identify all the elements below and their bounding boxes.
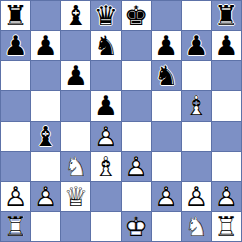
square-g2[interactable]: ♟♙ — [182, 182, 211, 211]
square-e4[interactable] — [122, 122, 151, 151]
white-pawn-outline: ♙ — [152, 182, 181, 211]
black-pawn[interactable]: ♟ — [182, 31, 211, 60]
white-king-outline: ♔ — [122, 212, 151, 241]
square-f2[interactable]: ♟♙ — [152, 182, 181, 211]
white-pawn[interactable]: ♟♙ — [31, 182, 60, 211]
white-knight[interactable]: ♞♘ — [182, 212, 211, 241]
black-knight[interactable]: ♞ — [152, 61, 181, 90]
black-bishop-glyph: ♝ — [31, 122, 60, 151]
square-b5[interactable] — [31, 91, 60, 120]
square-g4[interactable] — [182, 122, 211, 151]
black-pawn-glyph: ♟ — [152, 31, 181, 60]
white-pawn-outline: ♙ — [31, 182, 60, 211]
black-knight[interactable]: ♞ — [91, 31, 120, 60]
square-h3[interactable] — [212, 152, 241, 181]
square-h5[interactable] — [212, 91, 241, 120]
square-f8[interactable] — [152, 1, 181, 30]
white-queen[interactable]: ♛♕ — [61, 182, 90, 211]
square-b1[interactable] — [31, 212, 60, 241]
square-h1[interactable]: ♜♖ — [212, 212, 241, 241]
black-king[interactable]: ♚ — [122, 1, 151, 30]
black-pawn[interactable]: ♟ — [61, 61, 90, 90]
square-d2[interactable] — [91, 182, 120, 211]
square-a6[interactable] — [1, 61, 30, 90]
square-d3[interactable]: ♝♗ — [91, 152, 120, 181]
black-queen-glyph: ♛ — [91, 1, 120, 30]
square-a1[interactable]: ♜♖ — [1, 212, 30, 241]
square-c1[interactable] — [61, 212, 90, 241]
square-g5[interactable]: ♝♗ — [182, 91, 211, 120]
square-c3[interactable]: ♞♘ — [61, 152, 90, 181]
white-pawn-outline: ♙ — [1, 182, 30, 211]
white-bishop-outline: ♗ — [91, 152, 120, 181]
square-d7[interactable]: ♞ — [91, 31, 120, 60]
white-pawn[interactable]: ♟♙ — [152, 182, 181, 211]
black-rook[interactable]: ♜ — [212, 1, 241, 30]
black-pawn-glyph: ♟ — [61, 61, 90, 90]
square-e8[interactable]: ♚ — [122, 1, 151, 30]
white-king[interactable]: ♚♔ — [122, 212, 151, 241]
white-pawn-outline: ♙ — [91, 122, 120, 151]
black-queen[interactable]: ♛ — [91, 1, 120, 30]
white-rook[interactable]: ♜♖ — [212, 212, 241, 241]
square-b4[interactable]: ♝ — [31, 122, 60, 151]
white-bishop-outline: ♗ — [182, 91, 211, 120]
white-rook-outline: ♖ — [212, 212, 241, 241]
square-f3[interactable] — [152, 152, 181, 181]
square-b8[interactable] — [31, 1, 60, 30]
black-pawn[interactable]: ♟ — [31, 31, 60, 60]
black-pawn[interactable]: ♟ — [152, 31, 181, 60]
white-pawn[interactable]: ♟♙ — [212, 182, 241, 211]
square-a7[interactable]: ♟ — [1, 31, 30, 60]
square-f1[interactable] — [152, 212, 181, 241]
square-e3[interactable]: ♟♙ — [122, 152, 151, 181]
square-b3[interactable] — [31, 152, 60, 181]
white-rook[interactable]: ♜♖ — [1, 212, 30, 241]
square-g3[interactable] — [182, 152, 211, 181]
square-h4[interactable] — [212, 122, 241, 151]
white-rook-outline: ♖ — [1, 212, 30, 241]
square-e6[interactable] — [122, 61, 151, 90]
square-d6[interactable] — [91, 61, 120, 90]
square-c7[interactable] — [61, 31, 90, 60]
square-e5[interactable] — [122, 91, 151, 120]
square-c2[interactable]: ♛♕ — [61, 182, 90, 211]
square-a3[interactable] — [1, 152, 30, 181]
black-knight-glyph: ♞ — [91, 31, 120, 60]
black-rook-glyph: ♜ — [1, 1, 30, 30]
square-d4[interactable]: ♟♙ — [91, 122, 120, 151]
black-pawn-glyph: ♟ — [212, 31, 241, 60]
square-c5[interactable] — [61, 91, 90, 120]
white-knight-outline: ♘ — [182, 212, 211, 241]
white-pawn-outline: ♙ — [122, 152, 151, 181]
black-pawn-glyph: ♟ — [1, 31, 30, 60]
square-f5[interactable] — [152, 91, 181, 120]
square-c6[interactable]: ♟ — [61, 61, 90, 90]
black-pawn-glyph: ♟ — [91, 91, 120, 120]
black-knight-glyph: ♞ — [152, 61, 181, 90]
black-bishop[interactable]: ♝ — [61, 1, 90, 30]
black-pawn[interactable]: ♟ — [212, 31, 241, 60]
square-e1[interactable]: ♚♔ — [122, 212, 151, 241]
white-pawn[interactable]: ♟♙ — [122, 152, 151, 181]
square-d1[interactable] — [91, 212, 120, 241]
square-h2[interactable]: ♟♙ — [212, 182, 241, 211]
black-king-glyph: ♚ — [122, 1, 151, 30]
square-g7[interactable]: ♟ — [182, 31, 211, 60]
black-bishop[interactable]: ♝ — [31, 122, 60, 151]
white-pawn[interactable]: ♟♙ — [1, 182, 30, 211]
square-b7[interactable]: ♟ — [31, 31, 60, 60]
white-pawn[interactable]: ♟♙ — [182, 182, 211, 211]
white-knight[interactable]: ♞♘ — [61, 152, 90, 181]
black-rook-glyph: ♜ — [212, 1, 241, 30]
square-d5[interactable]: ♟ — [91, 91, 120, 120]
black-pawn[interactable]: ♟ — [1, 31, 30, 60]
black-pawn-glyph: ♟ — [182, 31, 211, 60]
square-g6[interactable] — [182, 61, 211, 90]
chess-board: ♜♝♛♚♜♟♟♞♟♟♟♟♞♟♝♗♝♟♙♞♘♝♗♟♙♟♙♟♙♛♕♟♙♟♙♟♙♜♖♚… — [0, 0, 242, 242]
square-c4[interactable] — [61, 122, 90, 151]
black-pawn-glyph: ♟ — [31, 31, 60, 60]
white-bishop[interactable]: ♝♗ — [91, 152, 120, 181]
square-a8[interactable]: ♜ — [1, 1, 30, 30]
white-pawn-outline: ♙ — [212, 182, 241, 211]
black-pawn[interactable]: ♟ — [91, 91, 120, 120]
square-a2[interactable]: ♟♙ — [1, 182, 30, 211]
square-g1[interactable]: ♞♘ — [182, 212, 211, 241]
white-queen-outline: ♕ — [61, 182, 90, 211]
square-d8[interactable]: ♛ — [91, 1, 120, 30]
black-rook[interactable]: ♜ — [1, 1, 30, 30]
white-pawn-outline: ♙ — [182, 182, 211, 211]
square-e2[interactable] — [122, 182, 151, 211]
square-h7[interactable]: ♟ — [212, 31, 241, 60]
black-bishop-glyph: ♝ — [61, 1, 90, 30]
square-f6[interactable]: ♞ — [152, 61, 181, 90]
white-pawn[interactable]: ♟♙ — [91, 122, 120, 151]
square-b2[interactable]: ♟♙ — [31, 182, 60, 211]
square-h8[interactable]: ♜ — [212, 1, 241, 30]
white-bishop[interactable]: ♝♗ — [182, 91, 211, 120]
square-b6[interactable] — [31, 61, 60, 90]
square-a5[interactable] — [1, 91, 30, 120]
white-knight-outline: ♘ — [61, 152, 90, 181]
square-f4[interactable] — [152, 122, 181, 151]
square-e7[interactable] — [122, 31, 151, 60]
square-c8[interactable]: ♝ — [61, 1, 90, 30]
square-g8[interactable] — [182, 1, 211, 30]
square-f7[interactable]: ♟ — [152, 31, 181, 60]
square-h6[interactable] — [212, 61, 241, 90]
square-a4[interactable] — [1, 122, 30, 151]
